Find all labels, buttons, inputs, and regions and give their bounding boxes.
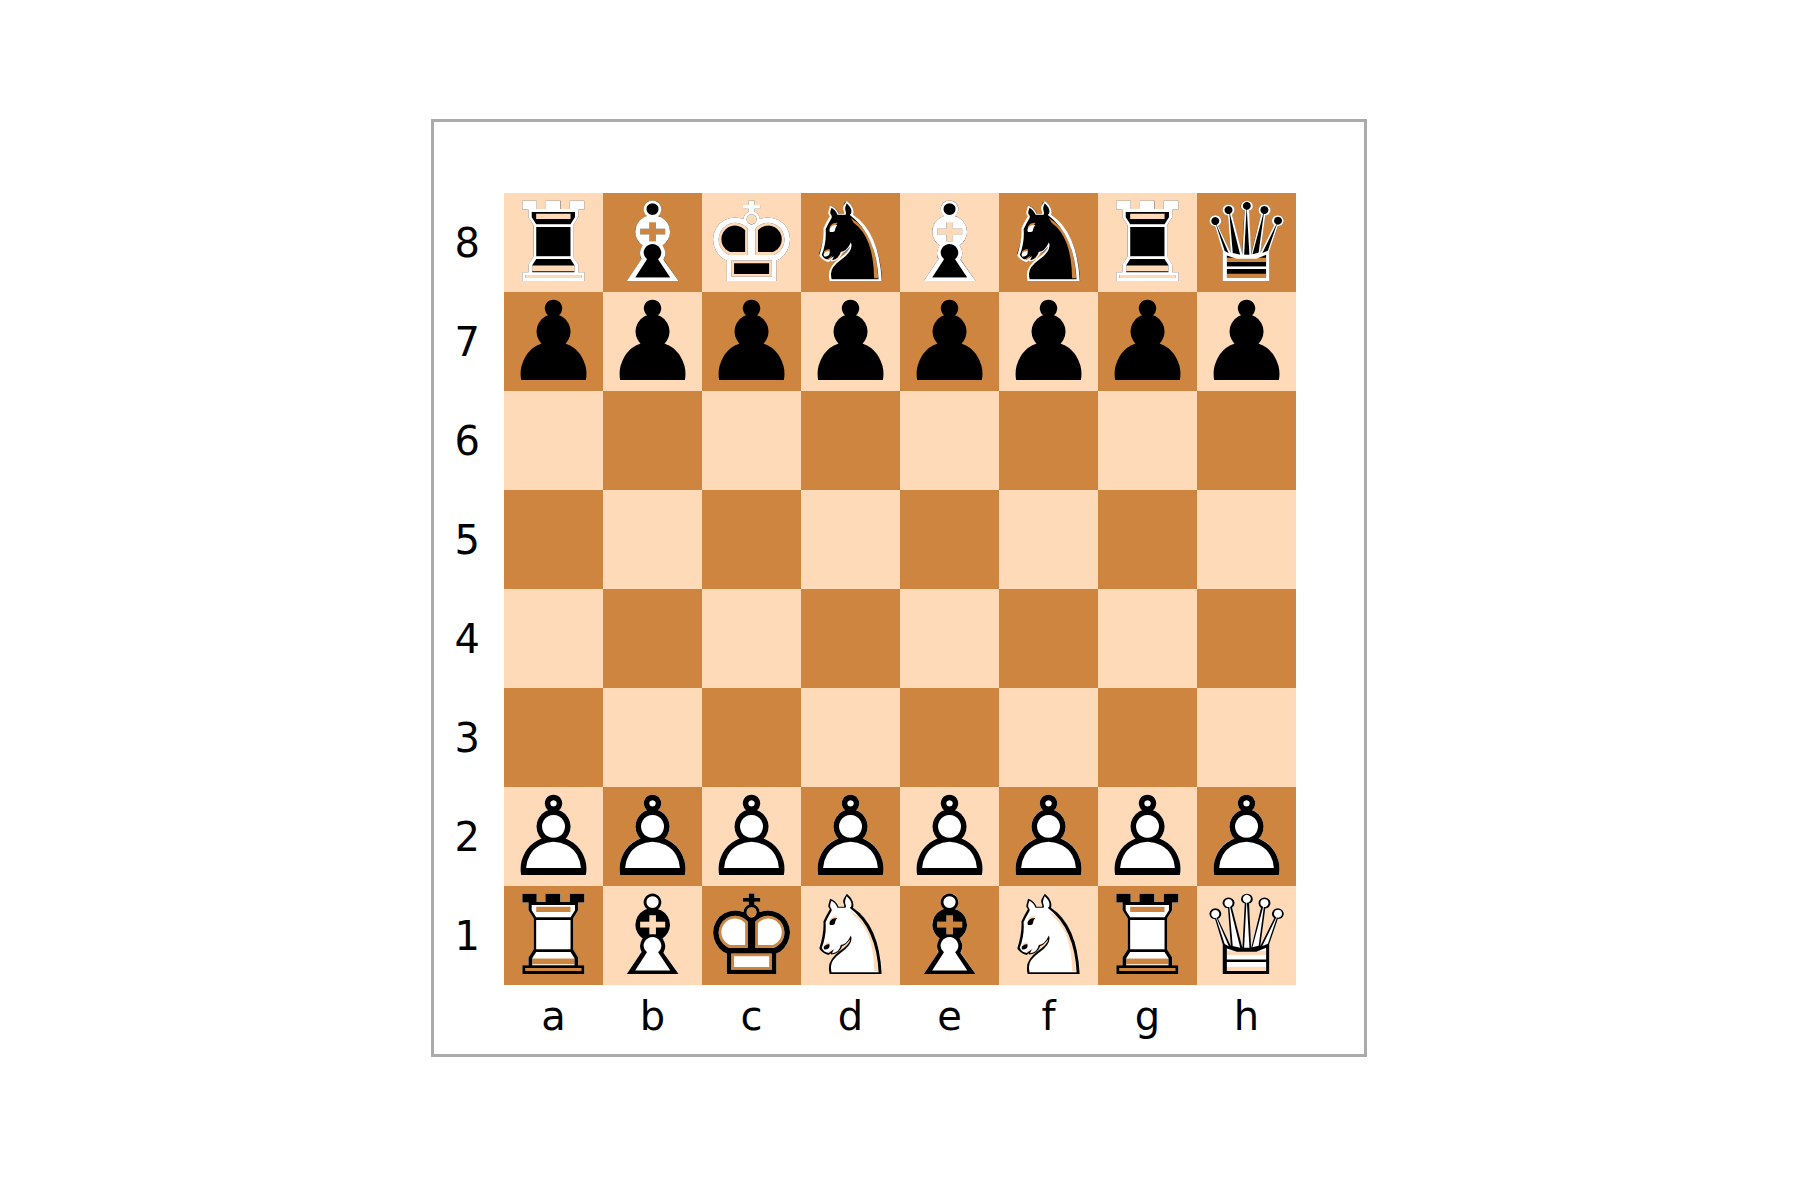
piece-white-queen: ♛♕: [1197, 886, 1296, 985]
piece-white-pawn: ♟♙: [900, 787, 999, 886]
square-b8: ♝♗: [603, 193, 702, 292]
square-h4: [1197, 589, 1296, 688]
file-label-a: a: [504, 985, 603, 1047]
square-a3: [504, 688, 603, 787]
rank-label-1: 1: [434, 886, 504, 985]
square-e8: ♝♗: [900, 193, 999, 292]
square-g8: ♜♖: [1098, 193, 1197, 292]
square-a2: ♟♙: [504, 787, 603, 886]
square-b5: [603, 490, 702, 589]
square-f1: ♞♘: [999, 886, 1098, 985]
square-h8: ♛♕: [1197, 193, 1296, 292]
piece-black-rook: ♜♖: [1098, 193, 1197, 292]
piece-white-pawn: ♟♙: [504, 787, 603, 886]
square-g1: ♜♖: [1098, 886, 1197, 985]
square-d6: [801, 391, 900, 490]
square-h7: ♟: [1197, 292, 1296, 391]
piece-white-pawn: ♟♙: [801, 787, 900, 886]
square-c6: [702, 391, 801, 490]
piece-black-pawn: ♟: [999, 292, 1098, 391]
square-a1: ♜♖: [504, 886, 603, 985]
square-e7: ♟: [900, 292, 999, 391]
file-label-g: g: [1098, 985, 1197, 1047]
piece-white-pawn: ♟♙: [1098, 787, 1197, 886]
file-labels: abcdefgh: [504, 985, 1296, 1047]
piece-black-queen: ♛♕: [1197, 193, 1296, 292]
square-f8: ♞♘: [999, 193, 1098, 292]
square-f2: ♟♙: [999, 787, 1098, 886]
square-d5: [801, 490, 900, 589]
square-f4: [999, 589, 1098, 688]
square-g5: [1098, 490, 1197, 589]
piece-black-knight: ♞♘: [801, 193, 900, 292]
piece-black-pawn: ♟: [1197, 292, 1296, 391]
piece-white-king: ♚♔: [702, 886, 801, 985]
page: 87654321 ♜♖♝♗♚♔♞♘♝♗♞♘♜♖♛♕♟♟♟♟♟♟♟♟♟♙♟♙♟♙♟…: [0, 0, 1800, 1200]
piece-white-pawn: ♟♙: [999, 787, 1098, 886]
piece-black-bishop: ♝♗: [900, 193, 999, 292]
square-g6: [1098, 391, 1197, 490]
square-c8: ♚♔: [702, 193, 801, 292]
square-h5: [1197, 490, 1296, 589]
file-label-e: e: [900, 985, 999, 1047]
file-label-b: b: [603, 985, 702, 1047]
square-d8: ♞♘: [801, 193, 900, 292]
square-c5: [702, 490, 801, 589]
square-e5: [900, 490, 999, 589]
square-a6: [504, 391, 603, 490]
square-f7: ♟: [999, 292, 1098, 391]
square-c2: ♟♙: [702, 787, 801, 886]
piece-white-knight: ♞♘: [801, 886, 900, 985]
square-e6: [900, 391, 999, 490]
square-b1: ♝♗: [603, 886, 702, 985]
rank-label-6: 6: [434, 391, 504, 490]
square-g4: [1098, 589, 1197, 688]
piece-black-knight: ♞♘: [999, 193, 1098, 292]
square-e2: ♟♙: [900, 787, 999, 886]
piece-black-rook: ♜♖: [504, 193, 603, 292]
chess-board: ♜♖♝♗♚♔♞♘♝♗♞♘♜♖♛♕♟♟♟♟♟♟♟♟♟♙♟♙♟♙♟♙♟♙♟♙♟♙♟♙…: [504, 193, 1296, 985]
square-f5: [999, 490, 1098, 589]
square-g2: ♟♙: [1098, 787, 1197, 886]
piece-black-pawn: ♟: [702, 292, 801, 391]
piece-white-pawn: ♟♙: [702, 787, 801, 886]
square-b3: [603, 688, 702, 787]
square-f3: [999, 688, 1098, 787]
square-a4: [504, 589, 603, 688]
square-h2: ♟♙: [1197, 787, 1296, 886]
rank-label-5: 5: [434, 490, 504, 589]
rank-label-8: 8: [434, 193, 504, 292]
rank-label-3: 3: [434, 688, 504, 787]
square-a7: ♟: [504, 292, 603, 391]
board-frame: 87654321 ♜♖♝♗♚♔♞♘♝♗♞♘♜♖♛♕♟♟♟♟♟♟♟♟♟♙♟♙♟♙♟…: [431, 119, 1367, 1057]
square-d3: [801, 688, 900, 787]
square-g3: [1098, 688, 1197, 787]
square-d7: ♟: [801, 292, 900, 391]
square-e3: [900, 688, 999, 787]
square-b7: ♟: [603, 292, 702, 391]
file-label-f: f: [999, 985, 1098, 1047]
square-d1: ♞♘: [801, 886, 900, 985]
piece-white-bishop: ♝♗: [900, 886, 999, 985]
square-h6: [1197, 391, 1296, 490]
square-g7: ♟: [1098, 292, 1197, 391]
piece-white-pawn: ♟♙: [1197, 787, 1296, 886]
piece-black-pawn: ♟: [603, 292, 702, 391]
square-c3: [702, 688, 801, 787]
square-d2: ♟♙: [801, 787, 900, 886]
piece-white-pawn: ♟♙: [603, 787, 702, 886]
piece-white-rook: ♜♖: [1098, 886, 1197, 985]
piece-white-bishop: ♝♗: [603, 886, 702, 985]
square-e1: ♝♗: [900, 886, 999, 985]
piece-black-pawn: ♟: [900, 292, 999, 391]
file-label-d: d: [801, 985, 900, 1047]
piece-black-bishop: ♝♗: [603, 193, 702, 292]
piece-black-pawn: ♟: [801, 292, 900, 391]
square-e4: [900, 589, 999, 688]
square-c1: ♚♔: [702, 886, 801, 985]
file-label-h: h: [1197, 985, 1296, 1047]
square-a5: [504, 490, 603, 589]
file-label-c: c: [702, 985, 801, 1047]
square-a8: ♜♖: [504, 193, 603, 292]
rank-label-7: 7: [434, 292, 504, 391]
square-f6: [999, 391, 1098, 490]
square-h3: [1197, 688, 1296, 787]
square-c7: ♟: [702, 292, 801, 391]
piece-white-knight: ♞♘: [999, 886, 1098, 985]
square-b6: [603, 391, 702, 490]
square-d4: [801, 589, 900, 688]
rank-label-4: 4: [434, 589, 504, 688]
square-c4: [702, 589, 801, 688]
rank-label-2: 2: [434, 787, 504, 886]
square-b4: [603, 589, 702, 688]
square-h1: ♛♕: [1197, 886, 1296, 985]
square-b2: ♟♙: [603, 787, 702, 886]
piece-black-king: ♚♔: [702, 193, 801, 292]
piece-black-pawn: ♟: [1098, 292, 1197, 391]
piece-white-rook: ♜♖: [504, 886, 603, 985]
piece-black-pawn: ♟: [504, 292, 603, 391]
rank-labels: 87654321: [434, 193, 504, 985]
